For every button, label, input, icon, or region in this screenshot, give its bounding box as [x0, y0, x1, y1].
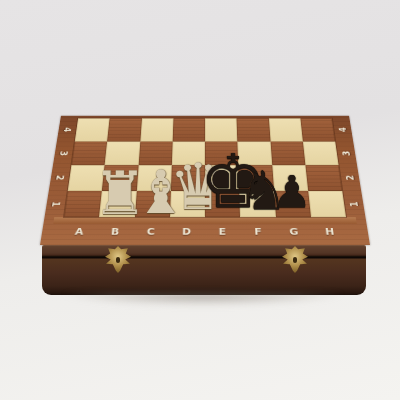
file-label-a: A	[60, 226, 98, 241]
box-shadow	[36, 293, 370, 309]
file-label-g: G	[276, 226, 313, 241]
rank-label-left-3: 3	[47, 147, 79, 160]
brass-clasp-left	[105, 246, 131, 273]
square-g4[interactable]	[268, 118, 302, 141]
file-label-c: C	[133, 226, 170, 241]
rank-label-right-3: 3	[331, 147, 363, 160]
box-front-panel	[42, 245, 366, 295]
square-b4[interactable]	[107, 118, 141, 141]
rank-label-left-1: 1	[38, 197, 72, 211]
file-label-h: H	[312, 226, 350, 241]
square-c4[interactable]	[140, 118, 173, 141]
brass-clasp-right	[282, 246, 308, 273]
file-label-f: F	[241, 226, 278, 241]
rank-label-left-4: 4	[51, 124, 83, 136]
file-label-d: D	[169, 226, 205, 241]
photo-background: ABCDEFGH 4321 4321 ♜♝♛♚♞♟	[0, 0, 400, 400]
rank-label-right-1: 1	[338, 197, 372, 211]
file-label-e: E	[205, 226, 241, 241]
black-pawn[interactable]: ♟	[242, 170, 342, 214]
rank-label-right-4: 4	[328, 124, 360, 136]
file-labels: ABCDEFGH	[60, 226, 349, 241]
file-label-b: B	[97, 226, 134, 241]
